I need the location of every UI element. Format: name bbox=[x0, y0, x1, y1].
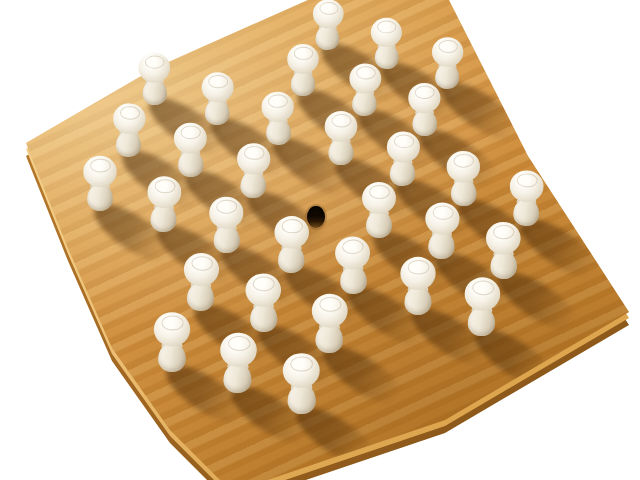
peg-head bbox=[288, 44, 320, 74]
peg-body bbox=[87, 184, 113, 211]
peg-head bbox=[237, 142, 271, 174]
peg-head bbox=[464, 277, 501, 312]
peg-r2c1[interactable] bbox=[200, 72, 235, 125]
peg-body bbox=[223, 363, 252, 393]
peg-r4c2[interactable] bbox=[208, 196, 245, 253]
peg-r6c2[interactable] bbox=[152, 312, 190, 372]
board-scene bbox=[0, 0, 640, 480]
peg-body bbox=[468, 307, 496, 336]
peg-head bbox=[335, 236, 371, 270]
peg-head bbox=[312, 0, 344, 28]
peg-r6c3[interactable] bbox=[218, 332, 259, 394]
peg-head bbox=[408, 82, 441, 113]
peg-body bbox=[265, 119, 291, 146]
peg-r5c3[interactable] bbox=[244, 273, 283, 332]
peg-r3c0[interactable] bbox=[111, 102, 147, 157]
peg-head bbox=[153, 312, 189, 346]
peg-r1c2[interactable] bbox=[287, 44, 320, 96]
peg-r4c4[interactable] bbox=[334, 236, 373, 295]
peg-head bbox=[220, 332, 258, 368]
peg-r0c2[interactable] bbox=[311, 0, 345, 50]
peg-r1c3[interactable] bbox=[347, 63, 383, 117]
peg-head bbox=[209, 196, 244, 229]
peg-head bbox=[432, 36, 464, 66]
peg-head bbox=[349, 63, 382, 94]
peg-head bbox=[446, 150, 480, 182]
peg-r2c2[interactable] bbox=[260, 91, 296, 146]
peg-body bbox=[451, 179, 477, 206]
peg-head bbox=[183, 252, 219, 286]
peg-body bbox=[115, 130, 141, 157]
peg-head bbox=[112, 102, 146, 134]
peg-body bbox=[404, 287, 431, 315]
peg-body bbox=[178, 151, 204, 178]
peg-r4c3[interactable] bbox=[272, 216, 310, 274]
peg-r2c3[interactable] bbox=[323, 112, 358, 166]
peg-body bbox=[428, 231, 455, 259]
peg-body bbox=[340, 266, 368, 295]
peg-r3c4[interactable] bbox=[361, 183, 397, 239]
peg-r3c1[interactable] bbox=[172, 122, 208, 177]
peg-body bbox=[205, 99, 230, 125]
peg-head bbox=[362, 183, 396, 215]
peg-r6c4[interactable] bbox=[282, 353, 322, 415]
peg-body bbox=[490, 252, 517, 280]
peg-body bbox=[366, 212, 392, 239]
peg-body bbox=[291, 71, 315, 96]
peg-r0c3[interactable] bbox=[370, 18, 404, 70]
peg-r3c6[interactable] bbox=[485, 222, 523, 280]
peg-body bbox=[250, 303, 278, 332]
peg-body bbox=[315, 324, 343, 353]
peg-head bbox=[425, 202, 460, 235]
peg-head bbox=[138, 52, 170, 82]
peg-r5c2[interactable] bbox=[181, 252, 220, 311]
peg-r2c4[interactable] bbox=[385, 131, 422, 187]
peg-head bbox=[311, 293, 347, 327]
peg-head bbox=[274, 216, 309, 249]
peg-r3c5[interactable] bbox=[423, 202, 461, 260]
peg-r2c5[interactable] bbox=[445, 150, 481, 206]
peg-head bbox=[261, 91, 294, 123]
peg-body bbox=[150, 204, 177, 232]
peg-body bbox=[277, 246, 304, 274]
peg-r2c0[interactable] bbox=[137, 52, 171, 105]
peg-r1c4[interactable] bbox=[407, 82, 442, 136]
peg-r0c4[interactable] bbox=[430, 36, 464, 88]
peg-r5c4[interactable] bbox=[310, 293, 349, 353]
peg-head bbox=[387, 131, 421, 163]
peg-head bbox=[245, 273, 281, 307]
peg-head bbox=[201, 72, 234, 103]
peg-head bbox=[486, 222, 521, 255]
peg-r4c6[interactable] bbox=[462, 277, 502, 337]
peg-r4c5[interactable] bbox=[399, 257, 436, 315]
peg-body bbox=[158, 343, 186, 372]
peg-head bbox=[283, 353, 321, 388]
peg-body bbox=[186, 282, 214, 311]
peg-body bbox=[288, 385, 317, 415]
peg-r2c6[interactable] bbox=[508, 170, 545, 226]
peg-head bbox=[173, 122, 206, 154]
peg-r3c2[interactable] bbox=[236, 142, 272, 197]
peg-r4c0[interactable] bbox=[82, 156, 117, 211]
peg-head bbox=[371, 18, 403, 48]
peg-head bbox=[147, 175, 182, 208]
peg-body bbox=[143, 80, 168, 106]
peg-head bbox=[83, 156, 116, 188]
peg-head bbox=[400, 257, 435, 290]
peg-body bbox=[213, 225, 240, 253]
peg-head bbox=[324, 112, 357, 143]
peg-body bbox=[241, 171, 267, 198]
peg-r4c1[interactable] bbox=[145, 175, 183, 232]
peg-head bbox=[509, 170, 543, 202]
peg-body bbox=[328, 139, 353, 165]
